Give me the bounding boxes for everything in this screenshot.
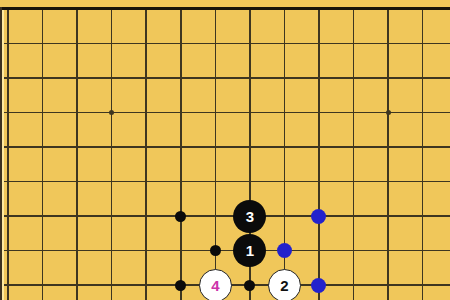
white-stone-move-2[interactable]: 2 [268, 269, 301, 300]
grid-vline [422, 8, 424, 300]
black-marker-dot[interactable] [175, 211, 186, 222]
grid-hline [3, 215, 450, 217]
grid-hline [3, 112, 450, 114]
black-stone-move-1[interactable]: 1 [233, 234, 266, 267]
black-marker-dot[interactable] [175, 280, 186, 291]
grid-hline [3, 77, 450, 79]
star-point [109, 110, 114, 115]
grid-vline [215, 8, 217, 300]
board-left-edge-highlight [2, 10, 4, 300]
grid-vline [111, 8, 113, 300]
grid-hline [3, 146, 450, 148]
grid-vline [318, 8, 320, 300]
go-board[interactable]: 1234 [0, 0, 450, 300]
blue-marker-dot[interactable] [311, 278, 326, 293]
blue-marker-dot[interactable] [277, 243, 292, 258]
blue-marker-dot[interactable] [311, 209, 326, 224]
grid-hline [3, 181, 450, 183]
gomoku-board-screenshot: 1234 [0, 0, 450, 300]
grid-vline [180, 8, 182, 300]
grid-vline [42, 8, 44, 300]
grid-vline [353, 8, 355, 300]
grid-vline [76, 8, 78, 300]
grid-vline [145, 8, 147, 300]
board-top-edge [0, 7, 450, 10]
black-marker-dot[interactable] [210, 245, 221, 256]
grid-hline [3, 250, 450, 252]
black-stone-move-3[interactable]: 3 [233, 200, 266, 233]
grid-vline [387, 8, 389, 300]
white-stone-move-4[interactable]: 4 [199, 269, 232, 300]
grid-hline [3, 43, 450, 45]
star-point [386, 110, 391, 115]
grid-vline [7, 8, 9, 300]
black-marker-dot[interactable] [244, 280, 255, 291]
